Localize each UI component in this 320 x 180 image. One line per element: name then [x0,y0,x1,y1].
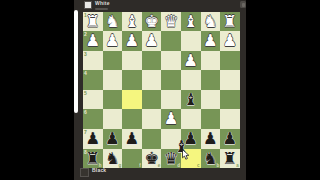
square-a7[interactable]: ♟ [220,129,240,149]
black-player-name: Black [92,168,106,173]
square-e2[interactable]: ♟ [142,31,162,51]
square-a1[interactable]: ♜ [220,12,240,32]
square-a2[interactable]: ♟ [220,31,240,51]
white-rook[interactable]: ♜ [83,12,103,32]
square-h3[interactable]: 3 [83,51,103,71]
square-b1[interactable]: ♞ [201,12,221,32]
black-king[interactable]: ♚ [142,149,162,169]
black-pawn[interactable]: ♟ [122,129,142,149]
square-e4[interactable] [142,70,162,90]
file-label-c: c [197,163,200,168]
square-f2[interactable]: ♟ [122,31,142,51]
square-c3[interactable]: ♟ [181,51,201,71]
white-bishop[interactable]: ♝ [122,12,142,32]
square-f6[interactable] [122,109,142,129]
square-g1[interactable]: ♞ [103,12,123,32]
square-c4[interactable] [181,70,201,90]
square-h6[interactable]: 6 [83,109,103,129]
square-e3[interactable] [142,51,162,71]
white-knight[interactable]: ♞ [201,12,221,32]
square-b8[interactable]: b♞ [201,149,221,169]
black-pawn[interactable]: ♟ [103,129,123,149]
square-c6[interactable] [181,109,201,129]
bottom-player-row: Black [80,168,106,177]
square-e7[interactable] [142,129,162,149]
white-bishop[interactable]: ♝ [181,12,201,32]
square-f1[interactable]: ♝ [122,12,142,32]
black-pawn[interactable]: ♟ [83,129,103,149]
square-g8[interactable]: g♞ [103,149,123,169]
square-h2[interactable]: 2♟ [83,31,103,51]
square-e5[interactable] [142,90,162,110]
square-b4[interactable] [201,70,221,90]
black-rook[interactable]: ♜ [220,149,240,169]
square-g2[interactable]: ♟ [103,31,123,51]
square-f3[interactable] [122,51,142,71]
square-g7[interactable]: ♟ [103,129,123,149]
square-c2[interactable] [181,31,201,51]
square-h8[interactable]: 8h♜ [83,149,103,169]
square-a6[interactable] [220,109,240,129]
square-g4[interactable] [103,70,123,90]
square-g3[interactable] [103,51,123,71]
white-pawn[interactable]: ♟ [161,109,181,129]
white-player-name: White [95,1,110,6]
chess-board: 1♜♞♝♚♛♝♞♜2♟♟♟♟♟♟3♟45♝6♟7♟♟♟♟♟♟8h♜g♞fe♚d♛… [83,12,240,169]
white-pawn[interactable]: ♟ [122,31,142,51]
square-e6[interactable] [142,109,162,129]
square-d4[interactable] [161,70,181,90]
square-f5[interactable] [122,90,142,110]
black-knight[interactable]: ♞ [201,149,221,169]
square-h5[interactable]: 5 [83,90,103,110]
rank-label-5: 5 [84,91,87,96]
rank-label-3: 3 [84,52,87,57]
rank-label-4: 4 [84,71,87,76]
square-b2[interactable]: ♟ [201,31,221,51]
black-pawn[interactable]: ♟ [220,129,240,149]
square-d3[interactable] [161,51,181,71]
gear-icon[interactable] [240,1,246,8]
square-a8[interactable]: a♜ [220,149,240,169]
square-f4[interactable] [122,70,142,90]
square-a5[interactable] [220,90,240,110]
black-bishop[interactable]: ♝ [181,90,201,110]
square-g6[interactable] [103,109,123,129]
move-list-scrollbar[interactable] [74,10,78,113]
square-h7[interactable]: 7♟ [83,129,103,149]
black-player-avatar[interactable] [80,168,89,177]
top-player-row: White [84,1,110,10]
square-h4[interactable]: 4 [83,70,103,90]
square-d2[interactable] [161,31,181,51]
square-c1[interactable]: ♝ [181,12,201,32]
square-f7[interactable]: ♟ [122,129,142,149]
white-pawn[interactable]: ♟ [83,31,103,51]
black-rook[interactable]: ♜ [83,149,103,169]
square-e1[interactable]: ♚ [142,12,162,32]
rank-label-6: 6 [84,110,87,115]
white-pawn[interactable]: ♟ [201,31,221,51]
square-b5[interactable] [201,90,221,110]
black-knight[interactable]: ♞ [103,149,123,169]
file-label-f: f [139,163,141,168]
white-queen[interactable]: ♛ [161,12,181,32]
square-a3[interactable] [220,51,240,71]
square-d1[interactable]: ♛ [161,12,181,32]
white-pawn[interactable]: ♟ [142,31,162,51]
white-rook[interactable]: ♜ [220,12,240,32]
square-d5[interactable] [161,90,181,110]
white-player-avatar[interactable] [84,1,92,9]
square-g5[interactable] [103,90,123,110]
white-pawn[interactable]: ♟ [181,51,201,71]
mouse-cursor-icon [182,146,190,164]
white-player-subtext [95,8,108,10]
white-pawn[interactable]: ♟ [220,31,240,51]
square-d6[interactable]: ♟ [161,109,181,129]
square-c5[interactable]: ♝ [181,90,201,110]
square-e8[interactable]: e♚ [142,149,162,169]
square-b6[interactable] [201,109,221,129]
black-pawn[interactable]: ♟ [201,129,221,149]
square-b7[interactable]: ♟ [201,129,221,149]
square-a4[interactable] [220,70,240,90]
white-king[interactable]: ♚ [142,12,162,32]
white-pawn[interactable]: ♟ [103,31,123,51]
square-b3[interactable] [201,51,221,71]
square-h1[interactable]: 1♜ [83,12,103,32]
white-knight[interactable]: ♞ [103,12,123,32]
square-f8[interactable]: f [122,149,142,169]
